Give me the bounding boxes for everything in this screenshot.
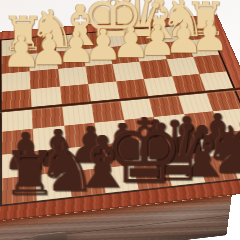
white-pawn[interactable]: ♟ [2, 35, 30, 69]
black-rook[interactable]: ♜ [2, 150, 37, 198]
square-h3[interactable] [2, 71, 31, 92]
board-squares-grid: ♜♞♝♚♛♝♞♜♟♟♟♟♟♟♟♟♟♟♟♟♟♟♟♟♜♞♝♚♛♝♞♜ [0, 22, 240, 206]
square-a3[interactable] [193, 54, 226, 73]
chess-board: ♜♞♝♚♛♝♞♜♟♟♟♟♟♟♟♟♟♟♟♟♟♟♟♟♜♞♝♚♛♝♞♜ [0, 14, 240, 223]
perspective-wrapper: ♜♞♝♚♛♝♞♜♟♟♟♟♟♟♟♟♟♟♟♟♟♟♟♟♜♞♝♚♛♝♞♜ [0, 0, 240, 240]
square-h8[interactable]: ♜ [2, 175, 37, 205]
case-latch[interactable] [34, 231, 65, 240]
chess-set-photo-scene: ♜♞♝♚♛♝♞♜♟♟♟♟♟♟♟♟♟♟♟♟♟♟♟♟♜♞♝♚♛♝♞♜ [0, 0, 240, 240]
